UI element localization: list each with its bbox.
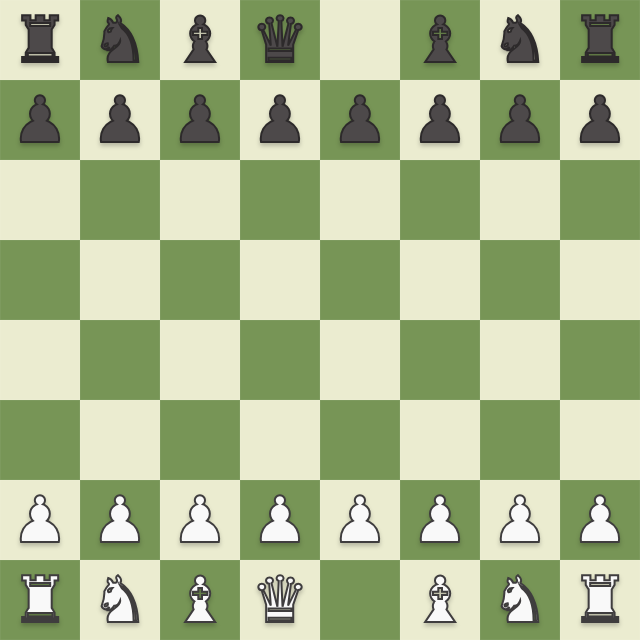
square-h3[interactable] <box>560 400 640 480</box>
square-f4[interactable] <box>400 320 480 400</box>
square-e3[interactable] <box>320 400 400 480</box>
square-c1[interactable]: ♝ <box>160 560 240 640</box>
square-a6[interactable] <box>0 160 80 240</box>
piece-black-queen[interactable]: ♛ <box>251 0 308 80</box>
piece-white-bishop[interactable]: ♝ <box>171 560 228 640</box>
square-a2[interactable]: ♟ <box>0 480 80 560</box>
piece-black-knight[interactable]: ♞ <box>91 0 148 80</box>
square-d3[interactable] <box>240 400 320 480</box>
square-e2[interactable]: ♟ <box>320 480 400 560</box>
piece-white-pawn[interactable]: ♟ <box>91 480 148 560</box>
square-e8[interactable] <box>320 0 400 80</box>
square-h4[interactable] <box>560 320 640 400</box>
square-d7[interactable]: ♟ <box>240 80 320 160</box>
square-g3[interactable] <box>480 400 560 480</box>
square-g4[interactable] <box>480 320 560 400</box>
square-g1[interactable]: ♞ <box>480 560 560 640</box>
square-h8[interactable]: ♜ <box>560 0 640 80</box>
square-g5[interactable] <box>480 240 560 320</box>
square-c3[interactable] <box>160 400 240 480</box>
square-b6[interactable] <box>80 160 160 240</box>
piece-white-pawn[interactable]: ♟ <box>411 480 468 560</box>
square-c8[interactable]: ♝ <box>160 0 240 80</box>
square-g6[interactable] <box>480 160 560 240</box>
square-h1[interactable]: ♜ <box>560 560 640 640</box>
chess-board: ♜♞♝♛♝♞♜♟♟♟♟♟♟♟♟♟♟♟♟♟♟♟♟♜♞♝♛♝♞♜ <box>0 0 640 640</box>
square-c7[interactable]: ♟ <box>160 80 240 160</box>
square-b7[interactable]: ♟ <box>80 80 160 160</box>
square-f3[interactable] <box>400 400 480 480</box>
piece-black-pawn[interactable]: ♟ <box>11 80 68 160</box>
piece-white-knight[interactable]: ♞ <box>491 560 548 640</box>
square-g2[interactable]: ♟ <box>480 480 560 560</box>
piece-white-pawn[interactable]: ♟ <box>331 480 388 560</box>
square-f5[interactable] <box>400 240 480 320</box>
piece-white-rook[interactable]: ♜ <box>11 560 68 640</box>
square-h5[interactable] <box>560 240 640 320</box>
square-b4[interactable] <box>80 320 160 400</box>
square-d5[interactable] <box>240 240 320 320</box>
square-b5[interactable] <box>80 240 160 320</box>
square-d8[interactable]: ♛ <box>240 0 320 80</box>
square-c4[interactable] <box>160 320 240 400</box>
square-b1[interactable]: ♞ <box>80 560 160 640</box>
piece-black-pawn[interactable]: ♟ <box>331 80 388 160</box>
square-e6[interactable] <box>320 160 400 240</box>
piece-black-bishop[interactable]: ♝ <box>411 0 468 80</box>
square-d4[interactable] <box>240 320 320 400</box>
square-b8[interactable]: ♞ <box>80 0 160 80</box>
square-c2[interactable]: ♟ <box>160 480 240 560</box>
square-e4[interactable] <box>320 320 400 400</box>
piece-white-knight[interactable]: ♞ <box>91 560 148 640</box>
piece-white-pawn[interactable]: ♟ <box>491 480 548 560</box>
square-g7[interactable]: ♟ <box>480 80 560 160</box>
square-d6[interactable] <box>240 160 320 240</box>
piece-white-pawn[interactable]: ♟ <box>571 480 628 560</box>
square-f2[interactable]: ♟ <box>400 480 480 560</box>
piece-black-rook[interactable]: ♜ <box>11 0 68 80</box>
square-e5[interactable] <box>320 240 400 320</box>
square-c5[interactable] <box>160 240 240 320</box>
square-e1[interactable] <box>320 560 400 640</box>
square-a7[interactable]: ♟ <box>0 80 80 160</box>
square-c6[interactable] <box>160 160 240 240</box>
piece-black-pawn[interactable]: ♟ <box>91 80 148 160</box>
square-d1[interactable]: ♛ <box>240 560 320 640</box>
square-d2[interactable]: ♟ <box>240 480 320 560</box>
square-a8[interactable]: ♜ <box>0 0 80 80</box>
piece-black-pawn[interactable]: ♟ <box>251 80 308 160</box>
piece-black-knight[interactable]: ♞ <box>491 0 548 80</box>
piece-black-pawn[interactable]: ♟ <box>171 80 228 160</box>
piece-black-pawn[interactable]: ♟ <box>571 80 628 160</box>
square-b3[interactable] <box>80 400 160 480</box>
square-h2[interactable]: ♟ <box>560 480 640 560</box>
piece-black-bishop[interactable]: ♝ <box>171 0 228 80</box>
square-a5[interactable] <box>0 240 80 320</box>
square-h7[interactable]: ♟ <box>560 80 640 160</box>
square-f8[interactable]: ♝ <box>400 0 480 80</box>
square-a1[interactable]: ♜ <box>0 560 80 640</box>
piece-white-pawn[interactable]: ♟ <box>251 480 308 560</box>
square-e7[interactable]: ♟ <box>320 80 400 160</box>
square-f6[interactable] <box>400 160 480 240</box>
square-a3[interactable] <box>0 400 80 480</box>
square-f7[interactable]: ♟ <box>400 80 480 160</box>
square-h6[interactable] <box>560 160 640 240</box>
piece-white-rook[interactable]: ♜ <box>571 560 628 640</box>
square-f1[interactable]: ♝ <box>400 560 480 640</box>
piece-white-bishop[interactable]: ♝ <box>411 560 468 640</box>
piece-white-pawn[interactable]: ♟ <box>11 480 68 560</box>
piece-white-queen[interactable]: ♛ <box>251 560 308 640</box>
square-g8[interactable]: ♞ <box>480 0 560 80</box>
square-b2[interactable]: ♟ <box>80 480 160 560</box>
piece-black-pawn[interactable]: ♟ <box>491 80 548 160</box>
piece-white-pawn[interactable]: ♟ <box>171 480 228 560</box>
piece-black-pawn[interactable]: ♟ <box>411 80 468 160</box>
piece-black-rook[interactable]: ♜ <box>571 0 628 80</box>
square-a4[interactable] <box>0 320 80 400</box>
